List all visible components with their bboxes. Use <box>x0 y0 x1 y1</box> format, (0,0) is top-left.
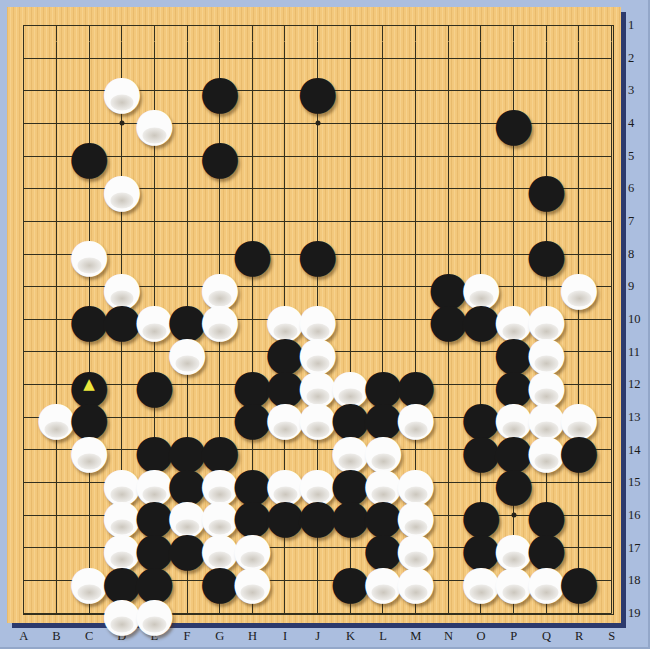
intersection-K12[interactable]: ● <box>334 368 367 401</box>
intersection-S2[interactable] <box>595 42 628 75</box>
intersection-N15[interactable] <box>432 466 465 499</box>
intersection-H8[interactable]: ● <box>236 238 269 271</box>
intersection-F7[interactable] <box>171 205 204 238</box>
intersection-N4[interactable] <box>432 107 465 140</box>
intersection-I1[interactable] <box>269 9 302 42</box>
intersection-B1[interactable] <box>40 9 73 42</box>
intersection-K9[interactable] <box>334 270 367 303</box>
intersection-N19[interactable] <box>432 597 465 630</box>
intersection-E15[interactable]: ● <box>138 466 171 499</box>
intersection-B16[interactable] <box>40 499 73 532</box>
intersection-M17[interactable]: ● <box>399 532 432 565</box>
intersection-O12[interactable] <box>465 368 498 401</box>
intersection-F8[interactable] <box>171 238 204 271</box>
intersection-I15[interactable]: ● <box>269 466 302 499</box>
intersection-O19[interactable] <box>465 597 498 630</box>
intersection-O10[interactable]: ● <box>465 303 498 336</box>
intersection-H9[interactable] <box>236 270 269 303</box>
intersection-K14[interactable]: ● <box>334 434 367 467</box>
intersection-E16[interactable]: ● <box>138 499 171 532</box>
intersection-D9[interactable]: ● <box>105 270 138 303</box>
intersection-S18[interactable] <box>595 564 628 597</box>
intersection-R7[interactable] <box>563 205 596 238</box>
intersection-R16[interactable] <box>563 499 596 532</box>
intersection-R1[interactable] <box>563 9 596 42</box>
intersection-G12[interactable] <box>203 368 236 401</box>
intersection-S11[interactable] <box>595 336 628 369</box>
intersection-P3[interactable] <box>497 74 530 107</box>
intersection-M14[interactable] <box>399 434 432 467</box>
intersection-R13[interactable]: ● <box>563 401 596 434</box>
intersection-H11[interactable] <box>236 336 269 369</box>
intersection-F17[interactable]: ● <box>171 532 204 565</box>
intersection-C6[interactable] <box>73 172 106 205</box>
intersection-L12[interactable]: ● <box>367 368 400 401</box>
intersection-P16[interactable] <box>497 499 530 532</box>
intersection-H16[interactable]: ● <box>236 499 269 532</box>
intersection-G10[interactable]: ● <box>203 303 236 336</box>
intersection-C10[interactable]: ● <box>73 303 106 336</box>
intersection-K7[interactable] <box>334 205 367 238</box>
intersection-E4[interactable]: ● <box>138 107 171 140</box>
intersection-E18[interactable]: ● <box>138 564 171 597</box>
intersection-M10[interactable] <box>399 303 432 336</box>
intersection-I2[interactable] <box>269 42 302 75</box>
intersection-B11[interactable] <box>40 336 73 369</box>
intersection-R6[interactable] <box>563 172 596 205</box>
intersection-D14[interactable] <box>105 434 138 467</box>
intersection-I6[interactable] <box>269 172 302 205</box>
intersection-A16[interactable] <box>7 499 40 532</box>
intersection-M11[interactable] <box>399 336 432 369</box>
intersection-E10[interactable]: ● <box>138 303 171 336</box>
intersection-N3[interactable] <box>432 74 465 107</box>
intersection-S8[interactable] <box>595 238 628 271</box>
intersection-R14[interactable]: ● <box>563 434 596 467</box>
intersection-N18[interactable] <box>432 564 465 597</box>
intersection-R5[interactable] <box>563 140 596 173</box>
intersection-R19[interactable] <box>563 597 596 630</box>
intersection-E12[interactable]: ● <box>138 368 171 401</box>
intersection-N12[interactable] <box>432 368 465 401</box>
intersection-E3[interactable] <box>138 74 171 107</box>
intersection-R17[interactable] <box>563 532 596 565</box>
intersection-S10[interactable] <box>595 303 628 336</box>
intersection-A15[interactable] <box>7 466 40 499</box>
intersection-N14[interactable] <box>432 434 465 467</box>
intersection-A19[interactable] <box>7 597 40 630</box>
intersection-O5[interactable] <box>465 140 498 173</box>
intersection-D8[interactable] <box>105 238 138 271</box>
intersection-F13[interactable] <box>171 401 204 434</box>
intersection-C2[interactable] <box>73 42 106 75</box>
intersection-B17[interactable] <box>40 532 73 565</box>
intersection-L4[interactable] <box>367 107 400 140</box>
intersection-Q7[interactable] <box>530 205 563 238</box>
intersection-B12[interactable] <box>40 368 73 401</box>
intersection-Q10[interactable]: ● <box>530 303 563 336</box>
intersection-O7[interactable] <box>465 205 498 238</box>
intersection-R15[interactable] <box>563 466 596 499</box>
intersection-P18[interactable]: ● <box>497 564 530 597</box>
intersection-G3[interactable]: ● <box>203 74 236 107</box>
intersection-H3[interactable] <box>236 74 269 107</box>
intersection-G8[interactable] <box>203 238 236 271</box>
intersection-I16[interactable]: ● <box>269 499 302 532</box>
intersection-A12[interactable] <box>7 368 40 401</box>
intersection-Q2[interactable] <box>530 42 563 75</box>
intersection-Q1[interactable] <box>530 9 563 42</box>
intersection-P11[interactable]: ● <box>497 336 530 369</box>
intersection-N8[interactable] <box>432 238 465 271</box>
intersection-B7[interactable] <box>40 205 73 238</box>
intersection-F10[interactable]: ● <box>171 303 204 336</box>
intersection-F4[interactable] <box>171 107 204 140</box>
intersection-A18[interactable] <box>7 564 40 597</box>
intersection-A14[interactable] <box>7 434 40 467</box>
intersection-O11[interactable] <box>465 336 498 369</box>
intersection-B13[interactable]: ● <box>40 401 73 434</box>
intersection-R9[interactable]: ● <box>563 270 596 303</box>
intersection-G15[interactable]: ● <box>203 466 236 499</box>
intersection-F3[interactable] <box>171 74 204 107</box>
intersection-P19[interactable] <box>497 597 530 630</box>
intersection-A6[interactable] <box>7 172 40 205</box>
intersection-L3[interactable] <box>367 74 400 107</box>
intersection-R10[interactable] <box>563 303 596 336</box>
intersection-P4[interactable]: ● <box>497 107 530 140</box>
intersection-Q3[interactable] <box>530 74 563 107</box>
intersection-P9[interactable] <box>497 270 530 303</box>
intersection-H5[interactable] <box>236 140 269 173</box>
intersection-K8[interactable] <box>334 238 367 271</box>
intersection-M6[interactable] <box>399 172 432 205</box>
intersection-H19[interactable] <box>236 597 269 630</box>
intersection-P10[interactable]: ● <box>497 303 530 336</box>
intersection-B2[interactable] <box>40 42 73 75</box>
intersection-I3[interactable] <box>269 74 302 107</box>
intersection-K4[interactable] <box>334 107 367 140</box>
intersection-G19[interactable] <box>203 597 236 630</box>
intersection-A11[interactable] <box>7 336 40 369</box>
intersection-F19[interactable] <box>171 597 204 630</box>
intersection-S3[interactable] <box>595 74 628 107</box>
intersection-M2[interactable] <box>399 42 432 75</box>
intersection-N5[interactable] <box>432 140 465 173</box>
intersection-G7[interactable] <box>203 205 236 238</box>
intersection-C12[interactable]: ●▲ <box>73 368 106 401</box>
intersection-Q6[interactable]: ● <box>530 172 563 205</box>
intersection-S19[interactable] <box>595 597 628 630</box>
intersection-S5[interactable] <box>595 140 628 173</box>
intersection-E5[interactable] <box>138 140 171 173</box>
intersection-A10[interactable] <box>7 303 40 336</box>
intersection-N13[interactable] <box>432 401 465 434</box>
intersection-C11[interactable] <box>73 336 106 369</box>
intersection-R18[interactable]: ● <box>563 564 596 597</box>
intersection-F16[interactable]: ● <box>171 499 204 532</box>
intersection-O6[interactable] <box>465 172 498 205</box>
intersection-E19[interactable]: ● <box>138 597 171 630</box>
intersection-E2[interactable] <box>138 42 171 75</box>
intersection-M5[interactable] <box>399 140 432 173</box>
intersection-I8[interactable] <box>269 238 302 271</box>
intersection-J15[interactable]: ● <box>301 466 334 499</box>
intersection-L5[interactable] <box>367 140 400 173</box>
intersection-M9[interactable] <box>399 270 432 303</box>
intersection-L18[interactable]: ● <box>367 564 400 597</box>
intersection-O15[interactable] <box>465 466 498 499</box>
intersection-N16[interactable] <box>432 499 465 532</box>
intersection-K15[interactable]: ● <box>334 466 367 499</box>
intersection-M3[interactable] <box>399 74 432 107</box>
intersection-S4[interactable] <box>595 107 628 140</box>
intersection-K16[interactable]: ● <box>334 499 367 532</box>
intersection-L8[interactable] <box>367 238 400 271</box>
intersection-G4[interactable] <box>203 107 236 140</box>
intersection-S16[interactable] <box>595 499 628 532</box>
intersection-B15[interactable] <box>40 466 73 499</box>
intersection-F18[interactable] <box>171 564 204 597</box>
intersection-L9[interactable] <box>367 270 400 303</box>
intersection-B10[interactable] <box>40 303 73 336</box>
intersection-N17[interactable] <box>432 532 465 565</box>
intersection-J5[interactable] <box>301 140 334 173</box>
intersection-S17[interactable] <box>595 532 628 565</box>
intersection-Q15[interactable] <box>530 466 563 499</box>
intersection-J8[interactable]: ● <box>301 238 334 271</box>
intersection-G14[interactable]: ● <box>203 434 236 467</box>
intersection-H17[interactable]: ● <box>236 532 269 565</box>
intersection-F15[interactable]: ● <box>171 466 204 499</box>
intersection-F5[interactable] <box>171 140 204 173</box>
intersection-K5[interactable] <box>334 140 367 173</box>
intersection-B4[interactable] <box>40 107 73 140</box>
intersection-E8[interactable] <box>138 238 171 271</box>
intersection-L10[interactable] <box>367 303 400 336</box>
intersection-Q9[interactable] <box>530 270 563 303</box>
intersection-I13[interactable]: ● <box>269 401 302 434</box>
intersection-D10[interactable]: ● <box>105 303 138 336</box>
intersection-D7[interactable] <box>105 205 138 238</box>
intersection-J11[interactable]: ● <box>301 336 334 369</box>
intersection-A8[interactable] <box>7 238 40 271</box>
intersection-N6[interactable] <box>432 172 465 205</box>
intersection-O14[interactable]: ● <box>465 434 498 467</box>
intersection-N2[interactable] <box>432 42 465 75</box>
intersection-J17[interactable] <box>301 532 334 565</box>
intersection-A5[interactable] <box>7 140 40 173</box>
intersection-K10[interactable] <box>334 303 367 336</box>
intersection-O13[interactable]: ● <box>465 401 498 434</box>
intersection-H14[interactable] <box>236 434 269 467</box>
intersection-M16[interactable]: ● <box>399 499 432 532</box>
intersection-F9[interactable] <box>171 270 204 303</box>
intersection-K19[interactable] <box>334 597 367 630</box>
intersection-P12[interactable]: ● <box>497 368 530 401</box>
intersection-L17[interactable]: ● <box>367 532 400 565</box>
intersection-K17[interactable] <box>334 532 367 565</box>
intersection-H2[interactable] <box>236 42 269 75</box>
intersection-G2[interactable] <box>203 42 236 75</box>
intersection-L15[interactable]: ● <box>367 466 400 499</box>
intersection-J14[interactable] <box>301 434 334 467</box>
intersection-K2[interactable] <box>334 42 367 75</box>
intersection-J4[interactable] <box>301 107 334 140</box>
intersection-J2[interactable] <box>301 42 334 75</box>
intersection-G18[interactable]: ● <box>203 564 236 597</box>
intersection-J18[interactable] <box>301 564 334 597</box>
intersection-L6[interactable] <box>367 172 400 205</box>
intersection-M19[interactable] <box>399 597 432 630</box>
intersection-A4[interactable] <box>7 107 40 140</box>
intersection-Q8[interactable]: ● <box>530 238 563 271</box>
intersection-B3[interactable] <box>40 74 73 107</box>
intersection-I17[interactable] <box>269 532 302 565</box>
intersection-R11[interactable] <box>563 336 596 369</box>
intersection-Q5[interactable] <box>530 140 563 173</box>
intersection-H1[interactable] <box>236 9 269 42</box>
intersection-F12[interactable] <box>171 368 204 401</box>
intersection-C7[interactable] <box>73 205 106 238</box>
intersection-O4[interactable] <box>465 107 498 140</box>
intersection-N10[interactable]: ● <box>432 303 465 336</box>
intersection-B18[interactable] <box>40 564 73 597</box>
intersection-R3[interactable] <box>563 74 596 107</box>
intersection-C13[interactable]: ● <box>73 401 106 434</box>
intersection-J9[interactable] <box>301 270 334 303</box>
intersection-E17[interactable]: ● <box>138 532 171 565</box>
intersection-S6[interactable] <box>595 172 628 205</box>
intersection-Q13[interactable]: ● <box>530 401 563 434</box>
intersection-H6[interactable] <box>236 172 269 205</box>
intersection-B14[interactable] <box>40 434 73 467</box>
intersection-G16[interactable]: ● <box>203 499 236 532</box>
intersection-D18[interactable]: ● <box>105 564 138 597</box>
intersection-Q17[interactable]: ● <box>530 532 563 565</box>
intersection-H18[interactable]: ● <box>236 564 269 597</box>
intersection-D15[interactable]: ● <box>105 466 138 499</box>
intersection-D17[interactable]: ● <box>105 532 138 565</box>
intersection-A1[interactable] <box>7 9 40 42</box>
intersection-J13[interactable]: ● <box>301 401 334 434</box>
intersection-I14[interactable] <box>269 434 302 467</box>
intersection-N11[interactable] <box>432 336 465 369</box>
intersection-H12[interactable]: ● <box>236 368 269 401</box>
intersection-C5[interactable]: ● <box>73 140 106 173</box>
intersection-P2[interactable] <box>497 42 530 75</box>
intersection-L14[interactable]: ● <box>367 434 400 467</box>
intersection-I19[interactable] <box>269 597 302 630</box>
intersection-P6[interactable] <box>497 172 530 205</box>
intersection-J10[interactable]: ● <box>301 303 334 336</box>
intersection-S1[interactable] <box>595 9 628 42</box>
intersection-A2[interactable] <box>7 42 40 75</box>
intersection-M1[interactable] <box>399 9 432 42</box>
intersection-P13[interactable]: ● <box>497 401 530 434</box>
intersection-B9[interactable] <box>40 270 73 303</box>
intersection-E9[interactable] <box>138 270 171 303</box>
intersection-D13[interactable] <box>105 401 138 434</box>
intersection-D2[interactable] <box>105 42 138 75</box>
intersection-E1[interactable] <box>138 9 171 42</box>
intersection-E6[interactable] <box>138 172 171 205</box>
intersection-C14[interactable]: ● <box>73 434 106 467</box>
intersection-G11[interactable] <box>203 336 236 369</box>
intersection-G9[interactable]: ● <box>203 270 236 303</box>
intersection-I10[interactable]: ● <box>269 303 302 336</box>
intersection-C3[interactable] <box>73 74 106 107</box>
intersection-R8[interactable] <box>563 238 596 271</box>
intersection-K11[interactable] <box>334 336 367 369</box>
intersection-H15[interactable]: ● <box>236 466 269 499</box>
intersection-L19[interactable] <box>367 597 400 630</box>
intersection-J1[interactable] <box>301 9 334 42</box>
intersection-P1[interactable] <box>497 9 530 42</box>
intersection-D1[interactable] <box>105 9 138 42</box>
intersection-D5[interactable] <box>105 140 138 173</box>
intersection-M13[interactable]: ● <box>399 401 432 434</box>
intersection-F2[interactable] <box>171 42 204 75</box>
intersection-H13[interactable]: ● <box>236 401 269 434</box>
intersection-M12[interactable]: ● <box>399 368 432 401</box>
intersection-O9[interactable]: ● <box>465 270 498 303</box>
intersection-S14[interactable] <box>595 434 628 467</box>
intersection-P7[interactable] <box>497 205 530 238</box>
intersection-B5[interactable] <box>40 140 73 173</box>
intersection-I18[interactable] <box>269 564 302 597</box>
intersection-B6[interactable] <box>40 172 73 205</box>
intersection-C1[interactable] <box>73 9 106 42</box>
intersection-O16[interactable]: ● <box>465 499 498 532</box>
intersection-K3[interactable] <box>334 74 367 107</box>
intersection-L7[interactable] <box>367 205 400 238</box>
intersection-D19[interactable]: ● <box>105 597 138 630</box>
intersection-C15[interactable] <box>73 466 106 499</box>
intersection-S13[interactable] <box>595 401 628 434</box>
intersection-I7[interactable] <box>269 205 302 238</box>
intersection-O18[interactable]: ● <box>465 564 498 597</box>
intersection-E11[interactable] <box>138 336 171 369</box>
intersection-C16[interactable] <box>73 499 106 532</box>
intersection-G17[interactable]: ● <box>203 532 236 565</box>
intersection-O17[interactable]: ● <box>465 532 498 565</box>
intersection-D11[interactable] <box>105 336 138 369</box>
intersection-H7[interactable] <box>236 205 269 238</box>
intersection-R4[interactable] <box>563 107 596 140</box>
intersection-S9[interactable] <box>595 270 628 303</box>
intersection-E14[interactable]: ● <box>138 434 171 467</box>
intersection-D12[interactable] <box>105 368 138 401</box>
intersection-P5[interactable] <box>497 140 530 173</box>
intersection-E7[interactable] <box>138 205 171 238</box>
intersection-M18[interactable]: ● <box>399 564 432 597</box>
intersection-I12[interactable]: ● <box>269 368 302 401</box>
intersection-F6[interactable] <box>171 172 204 205</box>
intersection-C19[interactable] <box>73 597 106 630</box>
intersection-L16[interactable]: ● <box>367 499 400 532</box>
intersection-K18[interactable]: ● <box>334 564 367 597</box>
intersection-D3[interactable]: ● <box>105 74 138 107</box>
intersection-P14[interactable]: ● <box>497 434 530 467</box>
intersection-C4[interactable] <box>73 107 106 140</box>
intersection-N9[interactable]: ● <box>432 270 465 303</box>
intersection-Q14[interactable]: ● <box>530 434 563 467</box>
intersection-H4[interactable] <box>236 107 269 140</box>
intersection-D4[interactable] <box>105 107 138 140</box>
intersection-M15[interactable]: ● <box>399 466 432 499</box>
intersection-G13[interactable] <box>203 401 236 434</box>
